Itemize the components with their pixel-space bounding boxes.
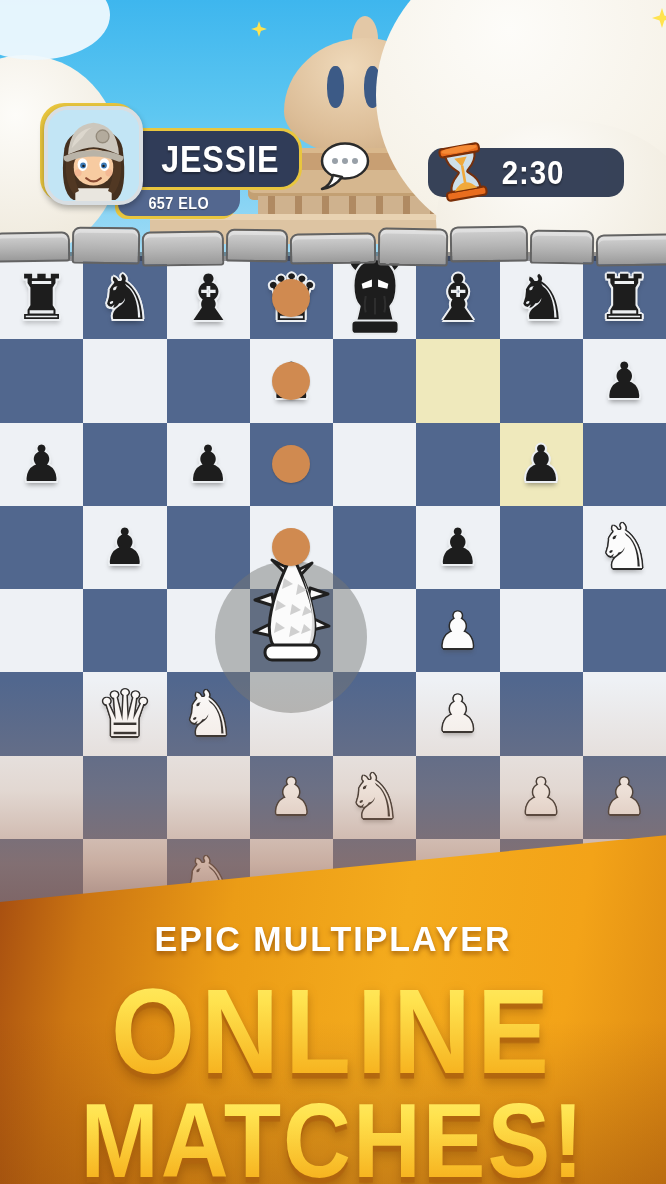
square-g4[interactable] xyxy=(500,589,583,672)
timer-value: 2:30 xyxy=(502,154,565,192)
stone-wall xyxy=(0,224,666,264)
timer-plate: 2:30 xyxy=(428,148,624,197)
move-hint-dot-d8[interactable] xyxy=(272,279,310,317)
chat-bubble-button[interactable] xyxy=(318,138,372,194)
square-c5[interactable] xyxy=(167,506,250,589)
piece-black-bishop-c8[interactable]: ♝ xyxy=(167,256,250,339)
dome-window xyxy=(327,66,344,108)
piece-black-pawn-a6[interactable]: ♟ xyxy=(0,423,83,506)
piece-black-pawn-c6[interactable]: ♟ xyxy=(167,423,250,506)
promo-kicker: EPIC MULTIPLAYER xyxy=(0,918,666,959)
square-a4[interactable] xyxy=(0,589,83,672)
square-e6[interactable] xyxy=(333,423,416,506)
speech-bubble-ellipsis-icon xyxy=(318,138,372,194)
piece-white-knight-h5[interactable]: ♞ xyxy=(583,506,666,589)
piece-white-rook-d4[interactable] xyxy=(250,589,333,672)
piece-black-rook-h8[interactable]: ♜ xyxy=(583,256,666,339)
square-g7[interactable] xyxy=(500,339,583,422)
promo-text-block: EPIC MULTIPLAYER ONLINE MATCHES! xyxy=(0,905,666,1184)
hourglass-icon xyxy=(435,140,490,203)
square-a7[interactable] xyxy=(0,339,83,422)
piece-black-pawn-h7[interactable]: ♟ xyxy=(583,339,666,422)
square-e7[interactable] xyxy=(333,339,416,422)
piece-black-knight-g8[interactable]: ♞ xyxy=(500,256,583,339)
player-name: JESSIE xyxy=(162,137,280,180)
piece-black-rook-a8[interactable]: ♜ xyxy=(0,256,83,339)
square-b4[interactable] xyxy=(83,589,166,672)
square-g5[interactable] xyxy=(500,506,583,589)
promo-headline-online: ONLINE xyxy=(0,961,666,1101)
piece-black-pawn-g6[interactable]: ♟ xyxy=(500,423,583,506)
move-hint-dot-d6[interactable] xyxy=(272,445,310,483)
player-elo: 657 ELO xyxy=(149,195,210,213)
piece-black-bishop-f8[interactable]: ♝ xyxy=(416,256,499,339)
wall-stone xyxy=(290,232,376,264)
square-b6[interactable] xyxy=(83,423,166,506)
piece-black-pawn-b5[interactable]: ♟ xyxy=(83,506,166,589)
wall-stone xyxy=(72,227,141,265)
square-f6[interactable] xyxy=(416,423,499,506)
wall-stone xyxy=(378,228,449,267)
promo-headline-matches: MATCHES! xyxy=(0,1081,666,1184)
wall-stone xyxy=(0,231,70,262)
square-e5[interactable] xyxy=(333,506,416,589)
move-hint-dot-d7[interactable] xyxy=(272,362,310,400)
square-c7[interactable] xyxy=(167,339,250,422)
square-f7[interactable] xyxy=(416,339,499,422)
piece-black-knight-b8[interactable]: ♞ xyxy=(83,256,166,339)
piece-white-pawn-f4[interactable]: ♟ xyxy=(416,589,499,672)
square-b7[interactable] xyxy=(83,339,166,422)
wall-stone xyxy=(530,230,594,265)
avatar[interactable] xyxy=(44,106,143,205)
avatar-girl-illustration xyxy=(48,110,139,201)
piece-black-pawn-f5[interactable]: ♟ xyxy=(416,506,499,589)
square-h4[interactable] xyxy=(583,589,666,672)
square-a5[interactable] xyxy=(0,506,83,589)
piece-black-king-e8[interactable] xyxy=(333,256,416,339)
square-h6[interactable] xyxy=(583,423,666,506)
wall-stone xyxy=(596,233,666,266)
wall-stone xyxy=(226,229,288,263)
wall-stone xyxy=(450,225,528,262)
move-hint-dot-d5[interactable] xyxy=(272,528,310,566)
wall-stone xyxy=(142,230,224,266)
